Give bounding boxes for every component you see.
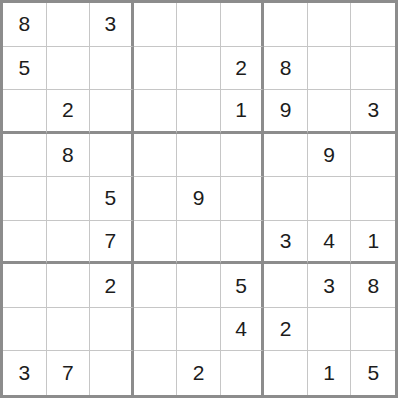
cell-r4c2[interactable]: 8 [47, 134, 91, 178]
cell-r4c9[interactable] [351, 134, 395, 178]
cell-r7c6[interactable]: 5 [221, 264, 265, 308]
cell-r9c3[interactable] [90, 351, 134, 395]
cell-r3c5[interactable] [177, 90, 221, 134]
cell-r7c7[interactable] [264, 264, 308, 308]
cell-r9c7[interactable] [264, 351, 308, 395]
sudoku-page: 8352821938959734125384237215 [0, 0, 400, 400]
cell-r5c7[interactable] [264, 177, 308, 221]
cell-r4c4[interactable] [134, 134, 178, 178]
cell-r6c9[interactable]: 1 [351, 221, 395, 265]
cell-r2c7[interactable]: 8 [264, 47, 308, 91]
cell-r6c2[interactable] [47, 221, 91, 265]
cell-r9c6[interactable] [221, 351, 265, 395]
cell-r8c4[interactable] [134, 308, 178, 352]
cell-r1c9[interactable] [351, 3, 395, 47]
cell-r1c1[interactable]: 8 [3, 3, 47, 47]
cell-r4c5[interactable] [177, 134, 221, 178]
cell-r2c4[interactable] [134, 47, 178, 91]
cell-r2c2[interactable] [47, 47, 91, 91]
cell-r8c5[interactable] [177, 308, 221, 352]
cell-r2c9[interactable] [351, 47, 395, 91]
cell-r8c2[interactable] [47, 308, 91, 352]
cell-r7c3[interactable]: 2 [90, 264, 134, 308]
cell-r4c6[interactable] [221, 134, 265, 178]
cell-r2c6[interactable]: 2 [221, 47, 265, 91]
cell-r5c3[interactable]: 5 [90, 177, 134, 221]
cell-r1c2[interactable] [47, 3, 91, 47]
cell-r9c1[interactable]: 3 [3, 351, 47, 395]
cell-r1c3[interactable]: 3 [90, 3, 134, 47]
cell-r8c1[interactable] [3, 308, 47, 352]
cell-r5c2[interactable] [47, 177, 91, 221]
cell-r8c6[interactable]: 4 [221, 308, 265, 352]
cell-r5c4[interactable] [134, 177, 178, 221]
cell-r9c2[interactable]: 7 [47, 351, 91, 395]
cell-r6c5[interactable] [177, 221, 221, 265]
cell-r6c1[interactable] [3, 221, 47, 265]
cell-r3c2[interactable]: 2 [47, 90, 91, 134]
cell-r7c4[interactable] [134, 264, 178, 308]
cell-r1c7[interactable] [264, 3, 308, 47]
cell-r2c5[interactable] [177, 47, 221, 91]
cell-r4c7[interactable] [264, 134, 308, 178]
cell-r5c6[interactable] [221, 177, 265, 221]
cell-r8c3[interactable] [90, 308, 134, 352]
cell-r5c9[interactable] [351, 177, 395, 221]
cell-r4c8[interactable]: 9 [308, 134, 352, 178]
cell-r2c3[interactable] [90, 47, 134, 91]
cell-r7c9[interactable]: 8 [351, 264, 395, 308]
cell-r1c6[interactable] [221, 3, 265, 47]
cell-r6c8[interactable]: 4 [308, 221, 352, 265]
cell-r3c6[interactable]: 1 [221, 90, 265, 134]
sudoku-board: 8352821938959734125384237215 [0, 0, 398, 398]
cell-r3c7[interactable]: 9 [264, 90, 308, 134]
cell-r1c5[interactable] [177, 3, 221, 47]
cell-r5c8[interactable] [308, 177, 352, 221]
cell-r8c7[interactable]: 2 [264, 308, 308, 352]
cell-r5c1[interactable] [3, 177, 47, 221]
cell-r1c4[interactable] [134, 3, 178, 47]
cell-r6c7[interactable]: 3 [264, 221, 308, 265]
cell-r1c8[interactable] [308, 3, 352, 47]
cell-r3c3[interactable] [90, 90, 134, 134]
cell-r7c1[interactable] [3, 264, 47, 308]
cell-r3c8[interactable] [308, 90, 352, 134]
cell-r2c8[interactable] [308, 47, 352, 91]
cell-r9c4[interactable] [134, 351, 178, 395]
cell-r4c1[interactable] [3, 134, 47, 178]
cell-r3c1[interactable] [3, 90, 47, 134]
cell-r3c4[interactable] [134, 90, 178, 134]
cell-r8c8[interactable] [308, 308, 352, 352]
cell-r6c4[interactable] [134, 221, 178, 265]
cell-r9c8[interactable]: 1 [308, 351, 352, 395]
cell-r5c5[interactable]: 9 [177, 177, 221, 221]
cell-r3c9[interactable]: 3 [351, 90, 395, 134]
cell-r9c5[interactable]: 2 [177, 351, 221, 395]
cell-r7c5[interactable] [177, 264, 221, 308]
cell-r9c9[interactable]: 5 [351, 351, 395, 395]
cell-r7c2[interactable] [47, 264, 91, 308]
cell-r4c3[interactable] [90, 134, 134, 178]
cell-r7c8[interactable]: 3 [308, 264, 352, 308]
cell-r6c3[interactable]: 7 [90, 221, 134, 265]
cell-r8c9[interactable] [351, 308, 395, 352]
cell-r2c1[interactable]: 5 [3, 47, 47, 91]
cell-r6c6[interactable] [221, 221, 265, 265]
